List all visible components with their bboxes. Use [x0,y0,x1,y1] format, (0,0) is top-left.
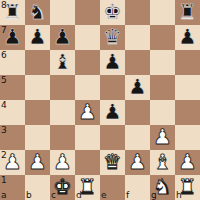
square-a6[interactable]: 6 [0,50,25,75]
square-f5[interactable]: ♟ [125,75,150,100]
square-b7[interactable]: ♟ [25,25,50,50]
square-h2[interactable]: ♟ [175,150,200,175]
black-pawn-b7: ♟ [25,25,50,50]
rank-label-8: 8 [1,1,7,10]
square-h1[interactable]: h♜ [175,175,200,200]
white-pawn-f2: ♟ [125,150,150,175]
square-c3[interactable] [50,125,75,150]
square-d1[interactable]: d♜ [75,175,100,200]
square-d3[interactable] [75,125,100,150]
square-b8[interactable]: ♞ [25,0,50,25]
square-h3[interactable] [175,125,200,150]
white-pawn-d4: ♟ [75,100,100,125]
square-b1[interactable]: b [25,175,50,200]
black-rook-h8: ♜ [175,0,200,25]
square-e8[interactable]: ♚ [100,0,125,25]
square-h6[interactable] [175,50,200,75]
square-b3[interactable] [25,125,50,150]
black-queen-e7: ♛ [100,25,125,50]
square-g6[interactable] [150,50,175,75]
square-e5[interactable] [100,75,125,100]
chess-board: 8♜♞♚♜7♟♟♟♛♟6♝♟5♟4♟♟3♟2♟♟♟♛♟♝♟1abc♚d♜efg♞… [0,0,200,200]
square-d7[interactable] [75,25,100,50]
white-pawn-h2: ♟ [175,150,200,175]
square-e4[interactable]: ♟ [100,100,125,125]
black-king-e8: ♚ [100,0,125,25]
square-f8[interactable] [125,0,150,25]
square-b2[interactable]: ♟ [25,150,50,175]
square-c8[interactable] [50,0,75,25]
square-g4[interactable] [150,100,175,125]
square-h4[interactable] [175,100,200,125]
black-pawn-e6: ♟ [100,50,125,75]
square-g3[interactable]: ♟ [150,125,175,150]
square-h7[interactable]: ♟ [175,25,200,50]
square-d2[interactable] [75,150,100,175]
rank-label-4: 4 [1,101,7,110]
file-label-d: d [76,191,82,200]
black-pawn-h7: ♟ [175,25,200,50]
square-f6[interactable] [125,50,150,75]
square-d8[interactable] [75,0,100,25]
black-bishop-c6: ♝ [50,50,75,75]
white-pawn-c2: ♟ [50,150,75,175]
square-e1[interactable]: e [100,175,125,200]
rank-label-5: 5 [1,76,7,85]
square-a3[interactable]: 3 [0,125,25,150]
square-f2[interactable]: ♟ [125,150,150,175]
square-c2[interactable]: ♟ [50,150,75,175]
square-e3[interactable] [100,125,125,150]
square-g5[interactable] [150,75,175,100]
file-label-e: e [101,191,107,200]
square-f7[interactable] [125,25,150,50]
square-f3[interactable] [125,125,150,150]
square-a4[interactable]: 4 [0,100,25,125]
square-h5[interactable] [175,75,200,100]
square-a8[interactable]: 8♜ [0,0,25,25]
square-e7[interactable]: ♛ [100,25,125,50]
file-label-h: h [176,191,182,200]
square-b6[interactable] [25,50,50,75]
square-g7[interactable] [150,25,175,50]
square-f4[interactable] [125,100,150,125]
square-c4[interactable] [50,100,75,125]
square-b5[interactable] [25,75,50,100]
black-knight-b8: ♞ [25,0,50,25]
square-b4[interactable] [25,100,50,125]
square-g1[interactable]: g♞ [150,175,175,200]
square-a5[interactable]: 5 [0,75,25,100]
square-g2[interactable]: ♝ [150,150,175,175]
square-g8[interactable] [150,0,175,25]
rank-label-6: 6 [1,51,7,60]
square-d5[interactable] [75,75,100,100]
square-h8[interactable]: ♜ [175,0,200,25]
black-pawn-e4: ♟ [100,100,125,125]
file-label-g: g [151,191,157,200]
white-pawn-g3: ♟ [150,125,175,150]
square-f1[interactable]: f [125,175,150,200]
white-pawn-b2: ♟ [25,150,50,175]
square-d6[interactable] [75,50,100,75]
rank-label-3: 3 [1,126,7,135]
file-label-c: c [51,191,56,200]
white-bishop-g2: ♝ [150,150,175,175]
square-c5[interactable] [50,75,75,100]
square-c6[interactable]: ♝ [50,50,75,75]
rank-label-2: 2 [1,151,7,160]
white-queen-e2: ♛ [100,150,125,175]
square-d4[interactable]: ♟ [75,100,100,125]
square-e6[interactable]: ♟ [100,50,125,75]
square-a1[interactable]: 1a [0,175,25,200]
file-label-b: b [26,191,32,200]
square-c1[interactable]: c♚ [50,175,75,200]
black-pawn-c7: ♟ [50,25,75,50]
square-a2[interactable]: 2♟ [0,150,25,175]
file-label-a: a [1,191,7,200]
square-c7[interactable]: ♟ [50,25,75,50]
square-a7[interactable]: 7♟ [0,25,25,50]
black-pawn-f5: ♟ [125,75,150,100]
rank-label-7: 7 [1,26,7,35]
square-e2[interactable]: ♛ [100,150,125,175]
file-label-f: f [126,191,129,200]
rank-label-1: 1 [1,176,7,185]
